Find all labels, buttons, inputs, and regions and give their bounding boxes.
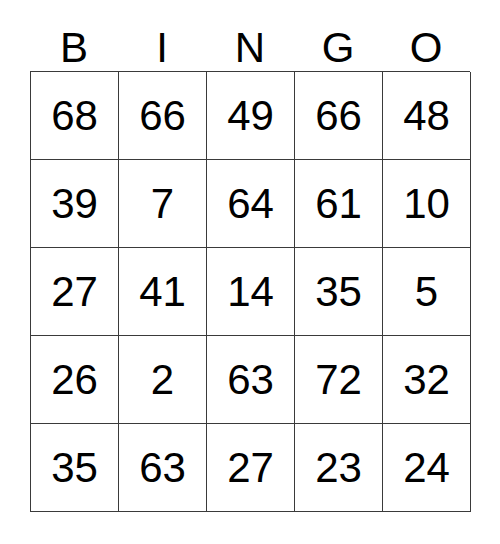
bingo-cell[interactable]: 7 xyxy=(119,160,207,248)
bingo-header-letter-4: O xyxy=(382,27,470,71)
bingo-cell[interactable]: 49 xyxy=(207,72,295,160)
bingo-cell[interactable]: 64 xyxy=(207,160,295,248)
bingo-cell[interactable]: 27 xyxy=(31,248,119,336)
bingo-header-letter-2: N xyxy=(206,27,294,71)
bingo-cell[interactable]: 63 xyxy=(207,336,295,424)
bingo-cell[interactable]: 35 xyxy=(295,248,383,336)
bingo-cell[interactable]: 61 xyxy=(295,160,383,248)
bingo-cell[interactable]: 66 xyxy=(119,72,207,160)
bingo-cell[interactable]: 63 xyxy=(119,424,207,512)
bingo-cell[interactable]: 35 xyxy=(31,424,119,512)
bingo-cell[interactable]: 68 xyxy=(31,72,119,160)
bingo-cell[interactable]: 41 xyxy=(119,248,207,336)
bingo-cell[interactable]: 24 xyxy=(383,424,471,512)
bingo-header: BINGO xyxy=(30,0,470,71)
bingo-cell[interactable]: 72 xyxy=(295,336,383,424)
bingo-cell[interactable]: 66 xyxy=(295,72,383,160)
bingo-cell[interactable]: 32 xyxy=(383,336,471,424)
bingo-cell[interactable]: 10 xyxy=(383,160,471,248)
bingo-cell[interactable]: 27 xyxy=(207,424,295,512)
bingo-card: BINGO 6866496648397646110274114355262637… xyxy=(30,0,470,512)
bingo-cell[interactable]: 26 xyxy=(31,336,119,424)
bingo-cell[interactable]: 2 xyxy=(119,336,207,424)
bingo-cell[interactable]: 23 xyxy=(295,424,383,512)
bingo-header-letter-0: B xyxy=(30,27,118,71)
bingo-header-letter-1: I xyxy=(118,27,206,71)
bingo-cell[interactable]: 14 xyxy=(207,248,295,336)
bingo-grid: 6866496648397646110274114355262637232356… xyxy=(30,71,470,512)
bingo-cell[interactable]: 5 xyxy=(383,248,471,336)
bingo-cell[interactable]: 48 xyxy=(383,72,471,160)
bingo-cell[interactable]: 39 xyxy=(31,160,119,248)
bingo-header-letter-3: G xyxy=(294,27,382,71)
